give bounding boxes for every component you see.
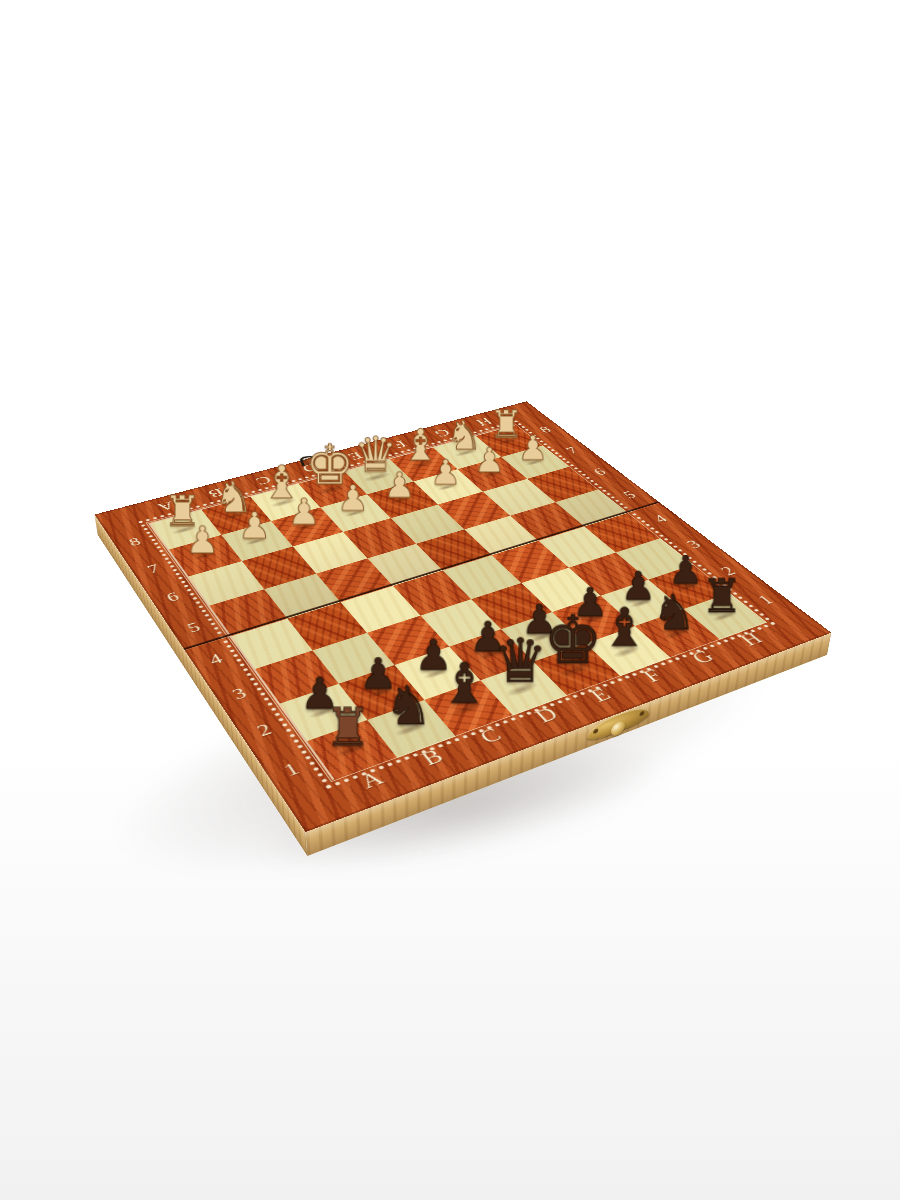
rook-glyph: ♜ <box>295 701 402 753</box>
clasp-screw-icon <box>639 710 644 716</box>
clasp-screw-icon <box>593 728 598 734</box>
product-photo-scene: ABCDEFGH ABCDEFGH 87654321 87654321 ♜♞♝♚… <box>0 0 900 1200</box>
